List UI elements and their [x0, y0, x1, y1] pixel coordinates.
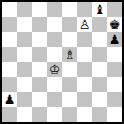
square-c4[interactable]: [32, 62, 47, 77]
square-e2[interactable]: [62, 92, 77, 107]
square-a2[interactable]: ♟: [2, 92, 17, 107]
square-c2[interactable]: [32, 92, 47, 107]
square-h5[interactable]: [107, 47, 122, 62]
square-b2[interactable]: [17, 92, 32, 107]
square-d6[interactable]: [47, 32, 62, 47]
square-h1[interactable]: [107, 107, 122, 122]
square-c3[interactable]: [32, 77, 47, 92]
white-bishop[interactable]: ♗: [64, 47, 76, 62]
square-h3[interactable]: [107, 77, 122, 92]
square-h2[interactable]: [107, 92, 122, 107]
chess-diagram: ♝♙♚♟♗♔♟: [0, 0, 124, 124]
square-g1[interactable]: [92, 107, 107, 122]
square-b4[interactable]: [17, 62, 32, 77]
square-h7[interactable]: ♚: [107, 17, 122, 32]
square-f4[interactable]: [77, 62, 92, 77]
square-d4[interactable]: ♔: [47, 62, 62, 77]
square-e3[interactable]: [62, 77, 77, 92]
square-a3[interactable]: [2, 77, 17, 92]
square-d1[interactable]: [47, 107, 62, 122]
square-d7[interactable]: [47, 17, 62, 32]
square-d3[interactable]: [47, 77, 62, 92]
square-c8[interactable]: [32, 2, 47, 17]
square-f7[interactable]: ♙: [77, 17, 92, 32]
square-f1[interactable]: [77, 107, 92, 122]
square-d8[interactable]: [47, 2, 62, 17]
black-pawn[interactable]: ♟: [109, 32, 121, 47]
black-king[interactable]: ♚: [109, 17, 121, 32]
square-f3[interactable]: [77, 77, 92, 92]
square-g5[interactable]: [92, 47, 107, 62]
square-g7[interactable]: [92, 17, 107, 32]
square-e1[interactable]: [62, 107, 77, 122]
square-b7[interactable]: [17, 17, 32, 32]
square-e6[interactable]: [62, 32, 77, 47]
square-a7[interactable]: [2, 17, 17, 32]
square-b1[interactable]: [17, 107, 32, 122]
square-b6[interactable]: [17, 32, 32, 47]
square-a8[interactable]: [2, 2, 17, 17]
square-f2[interactable]: [77, 92, 92, 107]
square-f8[interactable]: [77, 2, 92, 17]
square-e7[interactable]: [62, 17, 77, 32]
square-b5[interactable]: [17, 47, 32, 62]
square-g4[interactable]: [92, 62, 107, 77]
square-e5[interactable]: ♗: [62, 47, 77, 62]
white-pawn[interactable]: ♙: [79, 17, 91, 32]
black-pawn[interactable]: ♟: [4, 92, 16, 107]
square-h6[interactable]: ♟: [107, 32, 122, 47]
square-g6[interactable]: [92, 32, 107, 47]
square-h8[interactable]: [107, 2, 122, 17]
square-g2[interactable]: [92, 92, 107, 107]
square-e4[interactable]: [62, 62, 77, 77]
square-a6[interactable]: [2, 32, 17, 47]
square-e8[interactable]: [62, 2, 77, 17]
white-king[interactable]: ♔: [49, 62, 61, 77]
square-b3[interactable]: [17, 77, 32, 92]
square-g8[interactable]: ♝: [92, 2, 107, 17]
square-c5[interactable]: [32, 47, 47, 62]
black-bishop[interactable]: ♝: [94, 2, 106, 17]
square-a1[interactable]: [2, 107, 17, 122]
square-f5[interactable]: [77, 47, 92, 62]
square-g3[interactable]: [92, 77, 107, 92]
square-b8[interactable]: [17, 2, 32, 17]
board-grid: ♝♙♚♟♗♔♟: [2, 2, 122, 122]
square-d2[interactable]: [47, 92, 62, 107]
square-c6[interactable]: [32, 32, 47, 47]
square-f6[interactable]: [77, 32, 92, 47]
square-h4[interactable]: [107, 62, 122, 77]
square-a4[interactable]: [2, 62, 17, 77]
square-c7[interactable]: [32, 17, 47, 32]
square-c1[interactable]: [32, 107, 47, 122]
square-a5[interactable]: [2, 47, 17, 62]
square-d5[interactable]: [47, 47, 62, 62]
